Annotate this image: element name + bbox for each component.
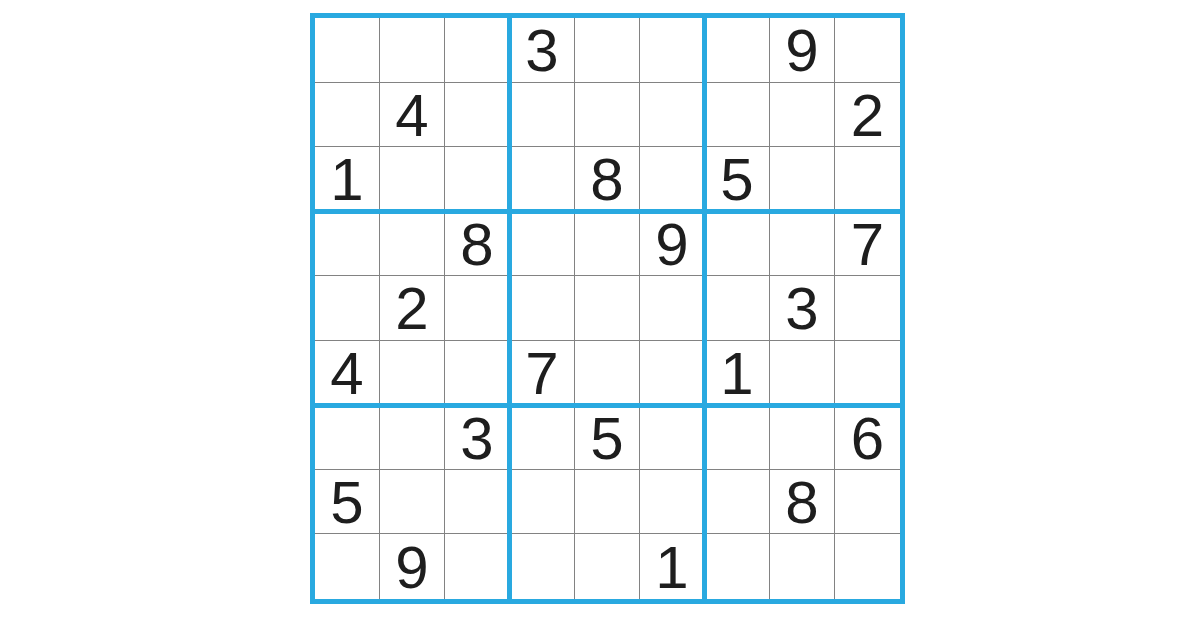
- cell-r9c4[interactable]: [510, 534, 575, 599]
- cell-r8c1[interactable]: 5: [315, 470, 380, 535]
- cell-r9c9[interactable]: [835, 534, 900, 599]
- cell-r4c5[interactable]: [575, 212, 640, 277]
- cell-r7c1[interactable]: [315, 405, 380, 470]
- page: 3942185897234713565891: [0, 0, 1200, 630]
- cell-r2c6[interactable]: [640, 83, 705, 148]
- cell-r8c9[interactable]: [835, 470, 900, 535]
- cell-r8c3[interactable]: [445, 470, 510, 535]
- cell-r2c7[interactable]: [705, 83, 770, 148]
- cell-r5c5[interactable]: [575, 276, 640, 341]
- cell-r3c1[interactable]: 1: [315, 147, 380, 212]
- cell-r9c8[interactable]: [770, 534, 835, 599]
- cell-r5c4[interactable]: [510, 276, 575, 341]
- cell-r7c9[interactable]: 6: [835, 405, 900, 470]
- cell-r9c6[interactable]: 1: [640, 534, 705, 599]
- cell-r5c1[interactable]: [315, 276, 380, 341]
- sudoku-board: 3942185897234713565891: [310, 13, 905, 604]
- cell-r1c3[interactable]: [445, 18, 510, 83]
- cell-r4c8[interactable]: [770, 212, 835, 277]
- cell-r1c1[interactable]: [315, 18, 380, 83]
- cell-r4c2[interactable]: [380, 212, 445, 277]
- cell-r1c8[interactable]: 9: [770, 18, 835, 83]
- cell-r6c9[interactable]: [835, 341, 900, 406]
- sudoku-grid: 3942185897234713565891: [315, 18, 900, 599]
- cell-r3c4[interactable]: [510, 147, 575, 212]
- cell-r5c3[interactable]: [445, 276, 510, 341]
- box-divider-horizontal-1: [315, 209, 900, 214]
- cell-r3c9[interactable]: [835, 147, 900, 212]
- cell-r6c5[interactable]: [575, 341, 640, 406]
- cell-r8c8[interactable]: 8: [770, 470, 835, 535]
- cell-r5c7[interactable]: [705, 276, 770, 341]
- cell-r4c1[interactable]: [315, 212, 380, 277]
- cell-r3c2[interactable]: [380, 147, 445, 212]
- cell-r7c5[interactable]: 5: [575, 405, 640, 470]
- cell-r1c5[interactable]: [575, 18, 640, 83]
- cell-r6c6[interactable]: [640, 341, 705, 406]
- cell-r9c1[interactable]: [315, 534, 380, 599]
- cell-r6c3[interactable]: [445, 341, 510, 406]
- cell-r6c1[interactable]: 4: [315, 341, 380, 406]
- cell-r4c6[interactable]: 9: [640, 212, 705, 277]
- cell-r6c8[interactable]: [770, 341, 835, 406]
- cell-r1c4[interactable]: 3: [510, 18, 575, 83]
- cell-r3c3[interactable]: [445, 147, 510, 212]
- cell-r7c4[interactable]: [510, 405, 575, 470]
- cell-r7c6[interactable]: [640, 405, 705, 470]
- cell-r6c2[interactable]: [380, 341, 445, 406]
- cell-r2c2[interactable]: 4: [380, 83, 445, 148]
- cell-r8c2[interactable]: [380, 470, 445, 535]
- cell-r9c3[interactable]: [445, 534, 510, 599]
- cell-r3c5[interactable]: 8: [575, 147, 640, 212]
- cell-r7c3[interactable]: 3: [445, 405, 510, 470]
- cell-r1c6[interactable]: [640, 18, 705, 83]
- cell-r2c9[interactable]: 2: [835, 83, 900, 148]
- cell-r3c6[interactable]: [640, 147, 705, 212]
- cell-r8c5[interactable]: [575, 470, 640, 535]
- cell-r4c7[interactable]: [705, 212, 770, 277]
- box-divider-vertical-1: [507, 18, 512, 599]
- cell-r4c9[interactable]: 7: [835, 212, 900, 277]
- cell-r2c8[interactable]: [770, 83, 835, 148]
- cell-r2c3[interactable]: [445, 83, 510, 148]
- cell-r4c3[interactable]: 8: [445, 212, 510, 277]
- cell-r1c7[interactable]: [705, 18, 770, 83]
- cell-r2c4[interactable]: [510, 83, 575, 148]
- cell-r9c5[interactable]: [575, 534, 640, 599]
- cell-r7c8[interactable]: [770, 405, 835, 470]
- cell-r1c9[interactable]: [835, 18, 900, 83]
- cell-r8c6[interactable]: [640, 470, 705, 535]
- cell-r5c9[interactable]: [835, 276, 900, 341]
- cell-r5c2[interactable]: 2: [380, 276, 445, 341]
- cell-r6c4[interactable]: 7: [510, 341, 575, 406]
- box-divider-vertical-2: [702, 18, 707, 599]
- cell-r9c2[interactable]: 9: [380, 534, 445, 599]
- cell-r6c7[interactable]: 1: [705, 341, 770, 406]
- cell-r3c7[interactable]: 5: [705, 147, 770, 212]
- cell-r4c4[interactable]: [510, 212, 575, 277]
- cell-r3c8[interactable]: [770, 147, 835, 212]
- cell-r5c6[interactable]: [640, 276, 705, 341]
- box-divider-horizontal-2: [315, 403, 900, 408]
- cell-r8c4[interactable]: [510, 470, 575, 535]
- cell-r9c7[interactable]: [705, 534, 770, 599]
- cell-r1c2[interactable]: [380, 18, 445, 83]
- cell-r5c8[interactable]: 3: [770, 276, 835, 341]
- cell-r8c7[interactable]: [705, 470, 770, 535]
- cell-r7c7[interactable]: [705, 405, 770, 470]
- cell-r7c2[interactable]: [380, 405, 445, 470]
- cell-r2c5[interactable]: [575, 83, 640, 148]
- cell-r2c1[interactable]: [315, 83, 380, 148]
